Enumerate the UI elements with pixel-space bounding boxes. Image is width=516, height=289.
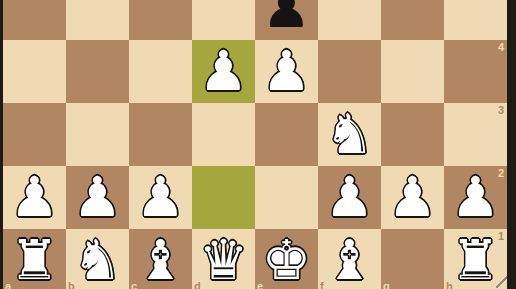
square-c5[interactable] bbox=[129, 0, 192, 40]
square-g1[interactable]: g bbox=[381, 229, 444, 289]
square-f4[interactable] bbox=[318, 40, 381, 103]
white-pawn-piece[interactable]: ♟ bbox=[451, 166, 500, 229]
square-c4[interactable] bbox=[129, 40, 192, 103]
square-b1[interactable]: ♞b bbox=[66, 229, 129, 289]
white-rook-piece[interactable]: ♜ bbox=[451, 229, 500, 289]
square-d3[interactable] bbox=[192, 103, 255, 166]
square-a2[interactable]: ♟ bbox=[3, 166, 66, 229]
square-e4[interactable]: ♟ bbox=[255, 40, 318, 103]
black-pawn-piece[interactable]: ♟ bbox=[262, 0, 311, 40]
white-bishop-piece[interactable]: ♝ bbox=[136, 229, 185, 289]
square-e5[interactable]: ♟ bbox=[255, 0, 318, 40]
square-c1[interactable]: ♝c bbox=[129, 229, 192, 289]
square-a1[interactable]: ♜a bbox=[3, 229, 66, 289]
square-b2[interactable]: ♟ bbox=[66, 166, 129, 229]
square-d2[interactable] bbox=[192, 166, 255, 229]
square-f1[interactable]: ♝f bbox=[318, 229, 381, 289]
square-a5[interactable] bbox=[3, 0, 66, 40]
square-b3[interactable] bbox=[66, 103, 129, 166]
letterbox-left bbox=[0, 0, 3, 289]
square-d1[interactable]: ♛d bbox=[192, 229, 255, 289]
rank-coordinate-3: 3 bbox=[498, 105, 504, 116]
white-bishop-piece[interactable]: ♝ bbox=[325, 229, 374, 289]
square-g2[interactable]: ♟ bbox=[381, 166, 444, 229]
square-g5[interactable] bbox=[381, 0, 444, 40]
board-viewport: ♟♟♟4♞3♟♟♟♟♟♟2♜a♞b♝c♛d♚e♝fg♜1h bbox=[0, 0, 516, 289]
square-e3[interactable] bbox=[255, 103, 318, 166]
letterbox-right bbox=[507, 0, 516, 289]
white-pawn-piece[interactable]: ♟ bbox=[73, 166, 122, 229]
square-h5[interactable] bbox=[444, 0, 507, 40]
square-e2[interactable] bbox=[255, 166, 318, 229]
square-a3[interactable] bbox=[3, 103, 66, 166]
white-king-piece[interactable]: ♚ bbox=[262, 229, 311, 289]
white-knight-piece[interactable]: ♞ bbox=[325, 103, 374, 166]
white-pawn-piece[interactable]: ♟ bbox=[136, 166, 185, 229]
white-pawn-piece[interactable]: ♟ bbox=[325, 166, 374, 229]
square-g3[interactable] bbox=[381, 103, 444, 166]
white-pawn-piece[interactable]: ♟ bbox=[10, 166, 59, 229]
chess-board[interactable]: ♟♟♟4♞3♟♟♟♟♟♟2♜a♞b♝c♛d♚e♝fg♜1h bbox=[3, 0, 507, 289]
square-b5[interactable] bbox=[66, 0, 129, 40]
file-coordinate-g: g bbox=[383, 281, 390, 289]
square-e1[interactable]: ♚e bbox=[255, 229, 318, 289]
square-d4[interactable]: ♟ bbox=[192, 40, 255, 103]
square-f5[interactable] bbox=[318, 0, 381, 40]
square-d5[interactable] bbox=[192, 0, 255, 40]
square-h4[interactable]: 4 bbox=[444, 40, 507, 103]
square-b4[interactable] bbox=[66, 40, 129, 103]
square-a4[interactable] bbox=[3, 40, 66, 103]
square-g4[interactable] bbox=[381, 40, 444, 103]
white-pawn-piece[interactable]: ♟ bbox=[388, 166, 437, 229]
file-coordinate-f: f bbox=[320, 281, 324, 289]
white-knight-piece[interactable]: ♞ bbox=[73, 229, 122, 289]
white-pawn-piece[interactable]: ♟ bbox=[199, 40, 248, 103]
white-queen-piece[interactable]: ♛ bbox=[199, 229, 248, 289]
square-c2[interactable]: ♟ bbox=[129, 166, 192, 229]
square-c3[interactable] bbox=[129, 103, 192, 166]
square-f2[interactable]: ♟ bbox=[318, 166, 381, 229]
white-rook-piece[interactable]: ♜ bbox=[10, 229, 59, 289]
rank-coordinate-4: 4 bbox=[498, 42, 504, 53]
square-h3[interactable]: 3 bbox=[444, 103, 507, 166]
square-f3[interactable]: ♞ bbox=[318, 103, 381, 166]
square-h2[interactable]: ♟2 bbox=[444, 166, 507, 229]
white-pawn-piece[interactable]: ♟ bbox=[262, 40, 311, 103]
